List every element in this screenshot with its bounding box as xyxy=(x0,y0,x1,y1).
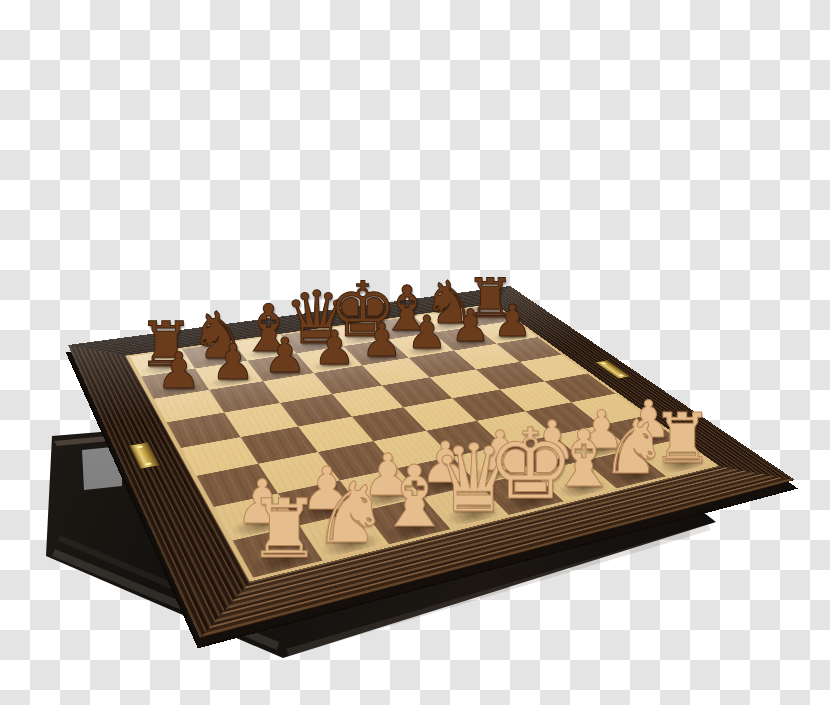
piece-black-pawn-f7[interactable]: ♟ xyxy=(407,310,448,355)
piece-black-pawn-e7[interactable]: ♟ xyxy=(361,317,402,363)
piece-black-pawn-c7[interactable]: ♟ xyxy=(263,331,306,379)
piece-black-pawn-g7[interactable]: ♟ xyxy=(451,304,491,349)
piece-white-rook-h1[interactable]: ♜ xyxy=(652,405,713,473)
piece-white-rook-a1[interactable]: ♜ xyxy=(248,490,321,571)
board-scene: ♜♞♝♛♚♝♞♜♟♟♟♟♟♟♟♟♟♟♟♟♟♟♟♟♜♞♝♛♚♝♞♜ xyxy=(0,0,830,705)
piece-black-pawn-a7[interactable]: ♟ xyxy=(156,346,201,396)
piece-black-pawn-h7[interactable]: ♟ xyxy=(493,298,532,342)
piece-black-pawn-b7[interactable]: ♟ xyxy=(211,338,255,387)
piece-black-pawn-d7[interactable]: ♟ xyxy=(313,324,355,371)
